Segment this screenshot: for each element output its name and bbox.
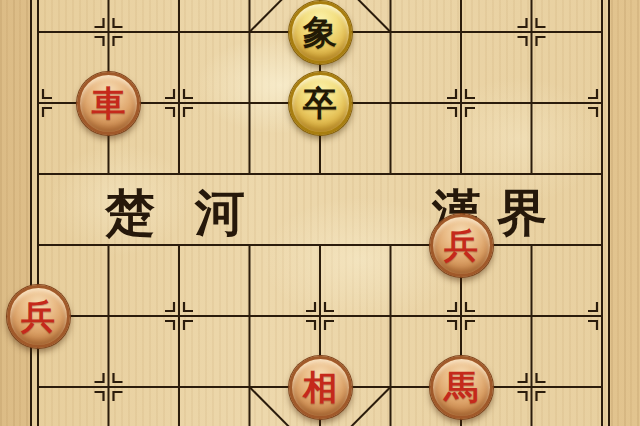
piece-red-soldier[interactable]: 兵 [430,214,493,277]
piece-char: 卒 [303,86,337,120]
xiangqi-board: 楚河 漢界 象卒車兵兵相馬 [0,0,640,426]
piece-red-horse[interactable]: 馬 [430,356,493,419]
piece-char: 車 [92,86,126,120]
piece-red-elephant[interactable]: 相 [289,356,352,419]
piece-char: 兵 [444,228,478,262]
piece-char: 象 [303,15,337,49]
pieces-layer: 象卒車兵兵相馬 [0,0,640,426]
piece-char: 相 [303,370,337,404]
piece-char: 兵 [21,299,55,333]
piece-red-soldier[interactable]: 兵 [7,285,70,348]
piece-red-chariot[interactable]: 車 [77,72,140,135]
piece-char: 馬 [444,370,478,404]
piece-black-soldier[interactable]: 卒 [289,72,352,135]
piece-black-elephant[interactable]: 象 [289,1,352,64]
